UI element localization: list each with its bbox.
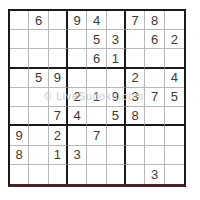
given-digit: 7 bbox=[93, 129, 100, 142]
cell-r7c3[interactable]: 2 bbox=[49, 126, 68, 145]
given-digit: 1 bbox=[54, 148, 61, 161]
given-digit: 3 bbox=[151, 168, 158, 181]
cell-r1c2[interactable]: 6 bbox=[29, 11, 48, 30]
cell-r4c3[interactable]: 9 bbox=[49, 69, 68, 88]
cell-r4c7[interactable]: 2 bbox=[126, 69, 145, 88]
cell-r3c2[interactable] bbox=[29, 49, 48, 68]
cell-r7c2[interactable] bbox=[29, 126, 48, 145]
cell-r6c4[interactable]: 4 bbox=[68, 107, 87, 126]
given-digit: 2 bbox=[171, 33, 178, 46]
cell-r6c8[interactable] bbox=[145, 107, 164, 126]
cell-r6c5[interactable] bbox=[87, 107, 106, 126]
cell-r4c5[interactable] bbox=[87, 69, 106, 88]
cell-r9c2[interactable] bbox=[29, 165, 48, 184]
cell-r1c7[interactable]: 7 bbox=[126, 11, 145, 30]
given-digit: 4 bbox=[74, 109, 81, 122]
cell-r5c9[interactable]: 5 bbox=[165, 88, 184, 107]
given-digit: 3 bbox=[74, 148, 81, 161]
cell-r2c3[interactable] bbox=[49, 30, 68, 49]
cell-r1c1[interactable] bbox=[10, 11, 29, 30]
cell-r6c7[interactable]: 8 bbox=[126, 107, 145, 126]
cell-r8c9[interactable] bbox=[165, 146, 184, 165]
cell-r9c5[interactable] bbox=[87, 165, 106, 184]
given-digit: 7 bbox=[151, 90, 158, 103]
cell-r2c6[interactable]: 3 bbox=[107, 30, 126, 49]
given-digit: 6 bbox=[35, 14, 42, 27]
given-digit: 9 bbox=[16, 129, 23, 142]
given-digit: 8 bbox=[132, 109, 139, 122]
given-digit: 1 bbox=[112, 52, 119, 65]
cell-r2c2[interactable] bbox=[29, 30, 48, 49]
cell-r5c7[interactable]: 3 bbox=[126, 88, 145, 107]
cell-r3c5[interactable]: 6 bbox=[87, 49, 106, 68]
cell-r9c6[interactable] bbox=[107, 165, 126, 184]
cell-r1c3[interactable] bbox=[49, 11, 68, 30]
given-digit: 3 bbox=[112, 33, 119, 46]
cell-r8c5[interactable] bbox=[87, 146, 106, 165]
cell-r8c6[interactable] bbox=[107, 146, 126, 165]
cell-r3c6[interactable]: 1 bbox=[107, 49, 126, 68]
cell-r5c5[interactable]: 1 bbox=[87, 88, 106, 107]
given-digit: 6 bbox=[93, 52, 100, 65]
cell-r9c7[interactable] bbox=[126, 165, 145, 184]
cell-r6c9[interactable] bbox=[165, 107, 184, 126]
given-digit: 5 bbox=[171, 90, 178, 103]
cell-r5c8[interactable]: 7 bbox=[145, 88, 164, 107]
cell-r3c8[interactable] bbox=[145, 49, 164, 68]
given-digit: 4 bbox=[171, 71, 178, 84]
cell-r7c1[interactable]: 9 bbox=[10, 126, 29, 145]
cell-r9c1[interactable] bbox=[10, 165, 29, 184]
cell-r2c7[interactable] bbox=[126, 30, 145, 49]
cell-r4c2[interactable]: 5 bbox=[29, 69, 48, 88]
cell-r6c2[interactable] bbox=[29, 107, 48, 126]
cell-r7c4[interactable] bbox=[68, 126, 87, 145]
cell-r1c5[interactable]: 4 bbox=[87, 11, 106, 30]
cell-r7c9[interactable] bbox=[165, 126, 184, 145]
given-digit: 8 bbox=[151, 14, 158, 27]
cell-r9c3[interactable] bbox=[49, 165, 68, 184]
given-digit: 1 bbox=[93, 90, 100, 103]
cell-r9c8[interactable]: 3 bbox=[145, 165, 164, 184]
cell-r7c6[interactable] bbox=[107, 126, 126, 145]
given-digit: 2 bbox=[132, 71, 139, 84]
cell-r2c9[interactable]: 2 bbox=[165, 30, 184, 49]
cell-r4c1[interactable] bbox=[10, 69, 29, 88]
cell-r8c7[interactable] bbox=[126, 146, 145, 165]
cell-r4c8[interactable] bbox=[145, 69, 164, 88]
given-digit: 3 bbox=[132, 90, 139, 103]
given-digit: 7 bbox=[132, 14, 139, 27]
cell-r5c3[interactable] bbox=[49, 88, 68, 107]
cell-r2c8[interactable]: 6 bbox=[145, 30, 164, 49]
given-digit: 9 bbox=[112, 90, 119, 103]
cell-r4c4[interactable] bbox=[68, 69, 87, 88]
cell-r7c5[interactable]: 7 bbox=[87, 126, 106, 145]
sudoku-board: 69478536261592421937574589278133 bbox=[8, 9, 186, 187]
page-background: 69478536261592421937574589278133 © LiveS… bbox=[0, 0, 200, 200]
cell-r2c1[interactable] bbox=[10, 30, 29, 49]
given-digit: 9 bbox=[74, 14, 81, 27]
cell-r1c8[interactable]: 8 bbox=[145, 11, 164, 30]
cell-r1c9[interactable] bbox=[165, 11, 184, 30]
cell-r6c6[interactable]: 5 bbox=[107, 107, 126, 126]
given-digit: 5 bbox=[93, 33, 100, 46]
given-digit: 2 bbox=[74, 90, 81, 103]
cell-r6c3[interactable]: 7 bbox=[49, 107, 68, 126]
cell-r8c1[interactable]: 8 bbox=[10, 146, 29, 165]
cell-r5c4[interactable]: 2 bbox=[68, 88, 87, 107]
cell-r4c6[interactable] bbox=[107, 69, 126, 88]
cell-r3c3[interactable] bbox=[49, 49, 68, 68]
cell-r3c7[interactable] bbox=[126, 49, 145, 68]
cell-r8c2[interactable] bbox=[29, 146, 48, 165]
given-digit: 9 bbox=[54, 71, 61, 84]
given-digit: 5 bbox=[35, 71, 42, 84]
given-digit: 4 bbox=[93, 14, 100, 27]
cell-r6c1[interactable] bbox=[10, 107, 29, 126]
cell-r4c9[interactable]: 4 bbox=[165, 69, 184, 88]
cell-r9c9[interactable] bbox=[165, 165, 184, 184]
cell-r3c4[interactable] bbox=[68, 49, 87, 68]
cell-r5c1[interactable] bbox=[10, 88, 29, 107]
cell-r8c3[interactable]: 1 bbox=[49, 146, 68, 165]
cell-r3c1[interactable] bbox=[10, 49, 29, 68]
cell-r5c2[interactable] bbox=[29, 88, 48, 107]
cell-r2c5[interactable]: 5 bbox=[87, 30, 106, 49]
given-digit: 6 bbox=[151, 33, 158, 46]
cell-r8c8[interactable] bbox=[145, 146, 164, 165]
cell-r2c4[interactable] bbox=[68, 30, 87, 49]
given-digit: 5 bbox=[112, 109, 119, 122]
cell-r8c4[interactable]: 3 bbox=[68, 146, 87, 165]
cell-r3c9[interactable] bbox=[165, 49, 184, 68]
cell-r7c8[interactable] bbox=[145, 126, 164, 145]
cell-r7c7[interactable] bbox=[126, 126, 145, 145]
cell-r5c6[interactable]: 9 bbox=[107, 88, 126, 107]
cell-r1c6[interactable] bbox=[107, 11, 126, 30]
given-digit: 8 bbox=[16, 148, 23, 161]
cell-r9c4[interactable] bbox=[68, 165, 87, 184]
given-digit: 7 bbox=[54, 109, 61, 122]
cell-r1c4[interactable]: 9 bbox=[68, 11, 87, 30]
given-digit: 2 bbox=[54, 129, 61, 142]
